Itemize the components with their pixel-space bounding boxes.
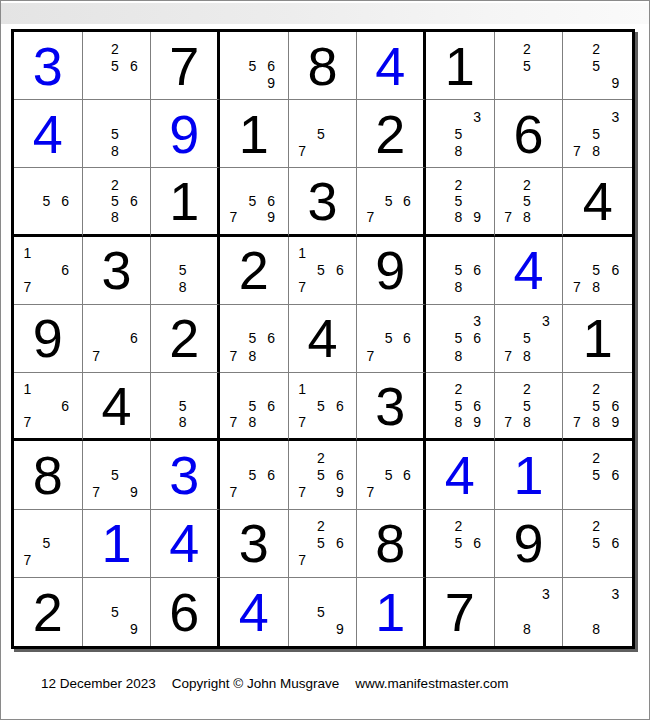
cell-r3c2[interactable]: 2568 — [83, 168, 152, 236]
pencil-marks: 2568 — [87, 176, 144, 225]
solved-digit: 4 — [513, 243, 543, 297]
cell-r4c4[interactable]: 2 — [220, 237, 289, 305]
pencil-mark-5: 5 — [587, 57, 606, 74]
pencil-mark-7: 7 — [361, 483, 379, 500]
pencil-mark-1: 1 — [18, 381, 37, 397]
pencil-mark-6: 6 — [468, 330, 487, 347]
cell-r3c3[interactable]: 1 — [151, 168, 220, 236]
pencil-mark-6: 6 — [124, 330, 143, 347]
pencil-mark-5: 5 — [449, 262, 468, 279]
cell-r6c4[interactable]: 5678 — [220, 373, 289, 441]
cell-r9c1[interactable]: 2 — [14, 578, 83, 646]
cell-r3c4[interactable]: 5679 — [220, 168, 289, 236]
pencil-marks: 38 — [499, 586, 556, 638]
pencil-mark-5: 5 — [243, 193, 262, 209]
pencil-marks: 58 — [155, 245, 210, 296]
pencil-mark-5: 5 — [37, 535, 56, 552]
pencil-mark-5: 5 — [518, 193, 537, 209]
pencil-mark-6: 6 — [468, 398, 487, 414]
pencil-mark-5: 5 — [37, 193, 56, 209]
pencil-mark-9: 9 — [468, 414, 487, 430]
pencil-mark-9: 9 — [330, 483, 349, 500]
cell-r8c6[interactable]: 8 — [357, 510, 426, 578]
pencil-marks: 5678 — [224, 381, 281, 430]
cell-r4c9[interactable]: 5678 — [563, 237, 632, 305]
given-digit: 2 — [375, 107, 405, 161]
pencil-mark-7: 7 — [293, 483, 312, 500]
pencil-mark-8: 8 — [243, 347, 262, 364]
cell-r4c7[interactable]: 568 — [426, 237, 495, 305]
cell-r2c1[interactable]: 4 — [14, 100, 83, 168]
pencil-mark-8: 8 — [518, 414, 537, 430]
cell-r4c8[interactable]: 4 — [495, 237, 564, 305]
cell-r2c4[interactable]: 1 — [220, 100, 289, 168]
pencil-mark-3: 3 — [606, 108, 625, 125]
given-digit: 1 — [169, 174, 199, 228]
given-digit: 8 — [33, 448, 63, 502]
pencil-marks: 59 — [87, 586, 144, 638]
pencil-mark-8: 8 — [106, 209, 125, 225]
pencil-mark-3: 3 — [468, 313, 487, 330]
pencil-mark-5: 5 — [449, 330, 468, 347]
cell-r4c1[interactable]: 167 — [14, 237, 83, 305]
cell-r9c7[interactable]: 7 — [426, 578, 495, 646]
cell-r5c7[interactable]: 3568 — [426, 305, 495, 373]
pencil-marks: 25679 — [293, 449, 350, 500]
given-digit: 2 — [33, 585, 63, 639]
pencil-mark-1: 1 — [293, 245, 312, 262]
pencil-marks: 58 — [155, 381, 210, 430]
pencil-marks: 259 — [567, 40, 625, 91]
pencil-mark-7: 7 — [567, 279, 586, 296]
pencil-mark-5: 5 — [518, 398, 537, 414]
cell-r5c3[interactable]: 2 — [151, 305, 220, 373]
cell-r9c5[interactable]: 59 — [289, 578, 358, 646]
pencil-mark-5: 5 — [518, 330, 537, 347]
pencil-mark-9: 9 — [330, 621, 349, 638]
cell-r3c9[interactable]: 4 — [563, 168, 632, 236]
cell-r7c8[interactable]: 1 — [495, 441, 564, 509]
solved-digit: 4 — [33, 107, 63, 161]
pencil-mark-2: 2 — [312, 449, 331, 466]
pencil-mark-6: 6 — [330, 535, 349, 552]
given-digit: 8 — [375, 516, 405, 570]
given-digit: 8 — [307, 39, 337, 93]
pencil-mark-7: 7 — [293, 142, 312, 159]
pencil-mark-7: 7 — [567, 142, 586, 159]
footer-copyright: Copyright © John Musgrave — [172, 676, 340, 691]
cell-r7c9[interactable]: 256 — [563, 441, 632, 509]
solved-digit: 3 — [33, 39, 63, 93]
pencil-mark-5: 5 — [449, 125, 468, 142]
pencil-marks: 567 — [361, 449, 416, 500]
cell-r6c8[interactable]: 2578 — [495, 373, 564, 441]
pencil-marks: 567 — [224, 449, 281, 500]
pencil-mark-6: 6 — [330, 262, 349, 279]
cell-r8c5[interactable]: 2567 — [289, 510, 358, 578]
solved-digit: 1 — [513, 448, 543, 502]
pencil-mark-8: 8 — [106, 142, 125, 159]
pencil-mark-8: 8 — [449, 279, 468, 296]
pencil-mark-2: 2 — [587, 381, 606, 397]
pencil-marks: 167 — [18, 245, 75, 296]
cell-r3c7[interactable]: 2589 — [426, 168, 495, 236]
pencil-marks: 1567 — [293, 381, 350, 430]
pencil-mark-5: 5 — [587, 125, 606, 142]
cell-r2c8[interactable]: 6 — [495, 100, 564, 168]
cell-r1c8[interactable]: 25 — [495, 32, 564, 100]
pencil-mark-6: 6 — [262, 398, 281, 414]
pencil-mark-5: 5 — [587, 466, 606, 483]
pencil-mark-8: 8 — [243, 414, 262, 430]
cell-r9c4[interactable]: 4 — [220, 578, 289, 646]
pencil-mark-6: 6 — [330, 466, 349, 483]
pencil-mark-5: 5 — [106, 57, 125, 74]
cell-r8c3[interactable]: 4 — [151, 510, 220, 578]
pencil-mark-7: 7 — [18, 552, 37, 569]
pencil-marks: 56 — [18, 176, 75, 225]
pencil-marks: 569 — [224, 40, 281, 91]
pencil-mark-6: 6 — [606, 262, 625, 279]
solved-digit: 4 — [239, 585, 269, 639]
cell-r3c8[interactable]: 2578 — [495, 168, 564, 236]
pencil-mark-5: 5 — [106, 603, 125, 620]
pencil-mark-7: 7 — [224, 209, 243, 225]
pencil-mark-7: 7 — [499, 347, 518, 364]
cell-r6c5[interactable]: 1567 — [289, 373, 358, 441]
pencil-marks: 3578 — [567, 108, 625, 159]
cell-r9c6[interactable]: 1 — [357, 578, 426, 646]
solved-digit: 1 — [101, 516, 131, 570]
pencil-mark-7: 7 — [87, 347, 106, 364]
cell-r5c2[interactable]: 67 — [83, 305, 152, 373]
pencil-mark-6: 6 — [56, 398, 75, 414]
window-titlebar — [1, 3, 649, 24]
pencil-mark-6: 6 — [124, 193, 143, 209]
given-digit: 1 — [583, 311, 613, 365]
cell-r5c4[interactable]: 5678 — [220, 305, 289, 373]
pencil-mark-5: 5 — [380, 193, 398, 209]
pencil-mark-7: 7 — [567, 414, 586, 430]
pencil-mark-6: 6 — [398, 466, 416, 483]
pencil-mark-5: 5 — [587, 535, 606, 552]
given-digit: 3 — [375, 379, 405, 433]
pencil-marks: 2567 — [293, 518, 350, 569]
pencil-mark-6: 6 — [606, 535, 625, 552]
pencil-mark-5: 5 — [518, 57, 537, 74]
pencil-mark-5: 5 — [312, 466, 331, 483]
pencil-mark-8: 8 — [518, 621, 537, 638]
pencil-mark-8: 8 — [587, 142, 606, 159]
pencil-mark-5: 5 — [380, 466, 398, 483]
pencil-mark-5: 5 — [312, 125, 331, 142]
pencil-marks: 25689 — [430, 381, 487, 430]
cell-r1c4[interactable]: 569 — [220, 32, 289, 100]
cell-r5c8[interactable]: 3578 — [495, 305, 564, 373]
pencil-mark-8: 8 — [449, 142, 468, 159]
sudoku-board: 3256756984125259458915723586357856256815… — [11, 29, 635, 649]
pencil-mark-8: 8 — [518, 209, 537, 225]
solved-digit: 4 — [375, 39, 405, 93]
given-digit: 7 — [445, 585, 475, 639]
pencil-mark-6: 6 — [468, 535, 487, 552]
pencil-marks: 567 — [361, 313, 416, 364]
given-digit: 6 — [169, 585, 199, 639]
cell-r7c7[interactable]: 4 — [426, 441, 495, 509]
given-digit: 2 — [239, 243, 269, 297]
solved-digit: 9 — [169, 107, 199, 161]
pencil-mark-7: 7 — [87, 483, 106, 500]
pencil-mark-7: 7 — [18, 279, 37, 296]
pencil-mark-8: 8 — [518, 347, 537, 364]
cell-r2c9[interactable]: 3578 — [563, 100, 632, 168]
solved-digit: 1 — [375, 585, 405, 639]
pencil-mark-2: 2 — [449, 518, 468, 535]
pencil-mark-6: 6 — [330, 398, 349, 414]
cell-r2c3[interactable]: 9 — [151, 100, 220, 168]
pencil-marks: 57 — [293, 108, 350, 159]
pencil-marks: 2578 — [499, 176, 556, 225]
pencil-mark-5: 5 — [312, 535, 331, 552]
pencil-mark-9: 9 — [468, 209, 487, 225]
cell-r9c2[interactable]: 59 — [83, 578, 152, 646]
pencil-mark-8: 8 — [587, 279, 606, 296]
pencil-mark-8: 8 — [449, 209, 468, 225]
cell-r3c1[interactable]: 56 — [14, 168, 83, 236]
pencil-mark-6: 6 — [606, 466, 625, 483]
pencil-mark-5: 5 — [380, 330, 398, 347]
cell-r6c9[interactable]: 256789 — [563, 373, 632, 441]
given-digit: 2 — [169, 311, 199, 365]
cell-r1c2[interactable]: 256 — [83, 32, 152, 100]
cell-r7c2[interactable]: 579 — [83, 441, 152, 509]
cell-r2c5[interactable]: 57 — [289, 100, 358, 168]
pencil-mark-5: 5 — [243, 57, 262, 74]
cell-r3c5[interactable]: 3 — [289, 168, 358, 236]
pencil-marks: 25 — [499, 40, 556, 91]
pencil-mark-2: 2 — [106, 176, 125, 192]
pencil-marks: 38 — [567, 586, 625, 638]
cell-r6c3[interactable]: 58 — [151, 373, 220, 441]
given-digit: 9 — [375, 243, 405, 297]
pencil-mark-2: 2 — [106, 40, 125, 57]
pencil-mark-6: 6 — [468, 262, 487, 279]
pencil-mark-2: 2 — [312, 518, 331, 535]
pencil-mark-3: 3 — [468, 108, 487, 125]
cell-r4c6[interactable]: 9 — [357, 237, 426, 305]
given-digit: 9 — [33, 311, 63, 365]
pencil-mark-6: 6 — [56, 262, 75, 279]
cell-r3c6[interactable]: 567 — [357, 168, 426, 236]
pencil-mark-8: 8 — [449, 414, 468, 430]
pencil-marks: 3578 — [499, 313, 556, 364]
pencil-mark-6: 6 — [606, 398, 625, 414]
pencil-marks: 5679 — [224, 176, 281, 225]
pencil-mark-5: 5 — [587, 262, 606, 279]
pencil-mark-1: 1 — [293, 381, 312, 397]
cell-r6c1[interactable]: 167 — [14, 373, 83, 441]
pencil-mark-6: 6 — [262, 57, 281, 74]
cell-r9c9[interactable]: 38 — [563, 578, 632, 646]
given-digit: 9 — [513, 516, 543, 570]
pencil-mark-9: 9 — [606, 74, 625, 91]
cell-r1c1[interactable]: 3 — [14, 32, 83, 100]
pencil-mark-6: 6 — [262, 193, 281, 209]
pencil-marks: 567 — [361, 176, 416, 225]
cell-r1c5[interactable]: 8 — [289, 32, 358, 100]
pencil-mark-2: 2 — [587, 40, 606, 57]
pencil-mark-6: 6 — [398, 193, 416, 209]
cell-r7c5[interactable]: 25679 — [289, 441, 358, 509]
pencil-mark-6: 6 — [124, 57, 143, 74]
given-digit: 7 — [169, 39, 199, 93]
pencil-mark-2: 2 — [587, 518, 606, 535]
pencil-mark-8: 8 — [587, 621, 606, 638]
pencil-mark-2: 2 — [518, 40, 537, 57]
cell-r6c7[interactable]: 25689 — [426, 373, 495, 441]
given-digit: 3 — [101, 243, 131, 297]
pencil-mark-3: 3 — [536, 586, 555, 603]
pencil-mark-5: 5 — [243, 398, 262, 414]
cell-r7c6[interactable]: 567 — [357, 441, 426, 509]
pencil-marks: 256 — [87, 40, 144, 91]
pencil-marks: 2578 — [499, 381, 556, 430]
cell-r4c3[interactable]: 58 — [151, 237, 220, 305]
pencil-mark-7: 7 — [224, 347, 243, 364]
pencil-mark-7: 7 — [361, 209, 379, 225]
pencil-marks: 57 — [18, 518, 75, 569]
cell-r8c7[interactable]: 256 — [426, 510, 495, 578]
footer-date: 12 December 2023 — [41, 676, 156, 691]
pencil-mark-6: 6 — [262, 466, 281, 483]
pencil-mark-5: 5 — [243, 466, 262, 483]
given-digit: 3 — [239, 516, 269, 570]
pencil-mark-5: 5 — [449, 398, 468, 414]
pencil-mark-9: 9 — [606, 414, 625, 430]
cell-r7c3[interactable]: 3 — [151, 441, 220, 509]
pencil-marks: 3568 — [430, 313, 487, 364]
pencil-mark-5: 5 — [106, 466, 125, 483]
pencil-mark-7: 7 — [224, 483, 243, 500]
sudoku-page: 3256756984125259458915723586357856256815… — [0, 0, 650, 720]
cell-r8c9[interactable]: 256 — [563, 510, 632, 578]
pencil-mark-9: 9 — [262, 209, 281, 225]
pencil-marks: 5678 — [224, 313, 281, 364]
pencil-marks: 1567 — [293, 245, 350, 296]
pencil-mark-5: 5 — [449, 535, 468, 552]
pencil-mark-7: 7 — [224, 414, 243, 430]
pencil-mark-7: 7 — [361, 347, 379, 364]
pencil-mark-9: 9 — [262, 74, 281, 91]
pencil-mark-6: 6 — [398, 330, 416, 347]
pencil-marks: 579 — [87, 449, 144, 500]
pencil-mark-3: 3 — [606, 586, 625, 603]
pencil-mark-5: 5 — [312, 603, 331, 620]
cell-r4c5[interactable]: 1567 — [289, 237, 358, 305]
pencil-marks: 256 — [567, 449, 625, 500]
cell-r9c3[interactable]: 6 — [151, 578, 220, 646]
pencil-mark-8: 8 — [174, 279, 192, 296]
pencil-mark-5: 5 — [243, 330, 262, 347]
cell-r8c4[interactable]: 3 — [220, 510, 289, 578]
cell-r1c6[interactable]: 4 — [357, 32, 426, 100]
given-digit: 1 — [445, 39, 475, 93]
given-digit: 4 — [101, 379, 131, 433]
footer-website-link[interactable]: www.manifestmaster.com — [355, 676, 508, 691]
pencil-mark-5: 5 — [312, 398, 331, 414]
pencil-mark-6: 6 — [262, 330, 281, 347]
cell-r4c2[interactable]: 3 — [83, 237, 152, 305]
solved-digit: 3 — [169, 448, 199, 502]
pencil-mark-2: 2 — [587, 449, 606, 466]
pencil-mark-5: 5 — [587, 398, 606, 414]
pencil-marks: 59 — [293, 586, 350, 638]
pencil-marks: 256 — [430, 518, 487, 569]
pencil-mark-7: 7 — [499, 209, 518, 225]
pencil-mark-1: 1 — [18, 245, 37, 262]
pencil-mark-7: 7 — [293, 279, 312, 296]
cell-r5c9[interactable]: 1 — [563, 305, 632, 373]
pencil-mark-5: 5 — [312, 262, 331, 279]
cell-r6c2[interactable]: 4 — [83, 373, 152, 441]
pencil-marks: 256789 — [567, 381, 625, 430]
cell-r2c6[interactable]: 2 — [357, 100, 426, 168]
pencil-mark-2: 2 — [449, 176, 468, 192]
pencil-mark-6: 6 — [56, 193, 75, 209]
given-digit: 3 — [307, 174, 337, 228]
cell-r7c1[interactable]: 8 — [14, 441, 83, 509]
solved-digit: 4 — [445, 448, 475, 502]
cell-r5c6[interactable]: 567 — [357, 305, 426, 373]
pencil-marks: 167 — [18, 381, 75, 430]
cell-r5c5[interactable]: 4 — [289, 305, 358, 373]
pencil-mark-3: 3 — [536, 313, 555, 330]
cell-r5c1[interactable]: 9 — [14, 305, 83, 373]
pencil-mark-5: 5 — [106, 193, 125, 209]
pencil-mark-7: 7 — [293, 414, 312, 430]
cell-r8c8[interactable]: 9 — [495, 510, 564, 578]
pencil-mark-5: 5 — [174, 398, 192, 414]
pencil-mark-8: 8 — [174, 414, 192, 430]
pencil-marks: 568 — [430, 245, 487, 296]
pencil-mark-9: 9 — [124, 483, 143, 500]
cell-r1c9[interactable]: 259 — [563, 32, 632, 100]
pencil-mark-7: 7 — [499, 414, 518, 430]
pencil-mark-2: 2 — [518, 176, 537, 192]
cell-r7c4[interactable]: 567 — [220, 441, 289, 509]
pencil-mark-2: 2 — [518, 381, 537, 397]
pencil-mark-7: 7 — [293, 552, 312, 569]
pencil-marks: 256 — [567, 518, 625, 569]
pencil-marks: 58 — [87, 108, 144, 159]
pencil-mark-9: 9 — [124, 621, 143, 638]
given-digit: 4 — [583, 174, 613, 228]
given-digit: 1 — [239, 107, 269, 161]
cell-r6c6[interactable]: 3 — [357, 373, 426, 441]
cell-r1c7[interactable]: 1 — [426, 32, 495, 100]
pencil-marks: 5678 — [567, 245, 625, 296]
cell-r2c2[interactable]: 58 — [83, 100, 152, 168]
cell-r1c3[interactable]: 7 — [151, 32, 220, 100]
pencil-mark-8: 8 — [449, 347, 468, 364]
pencil-marks: 67 — [87, 313, 144, 364]
cell-r2c7[interactable]: 358 — [426, 100, 495, 168]
pencil-mark-7: 7 — [18, 414, 37, 430]
cell-r8c1[interactable]: 57 — [14, 510, 83, 578]
given-digit: 6 — [513, 107, 543, 161]
cell-r8c2[interactable]: 1 — [83, 510, 152, 578]
cell-r9c8[interactable]: 38 — [495, 578, 564, 646]
